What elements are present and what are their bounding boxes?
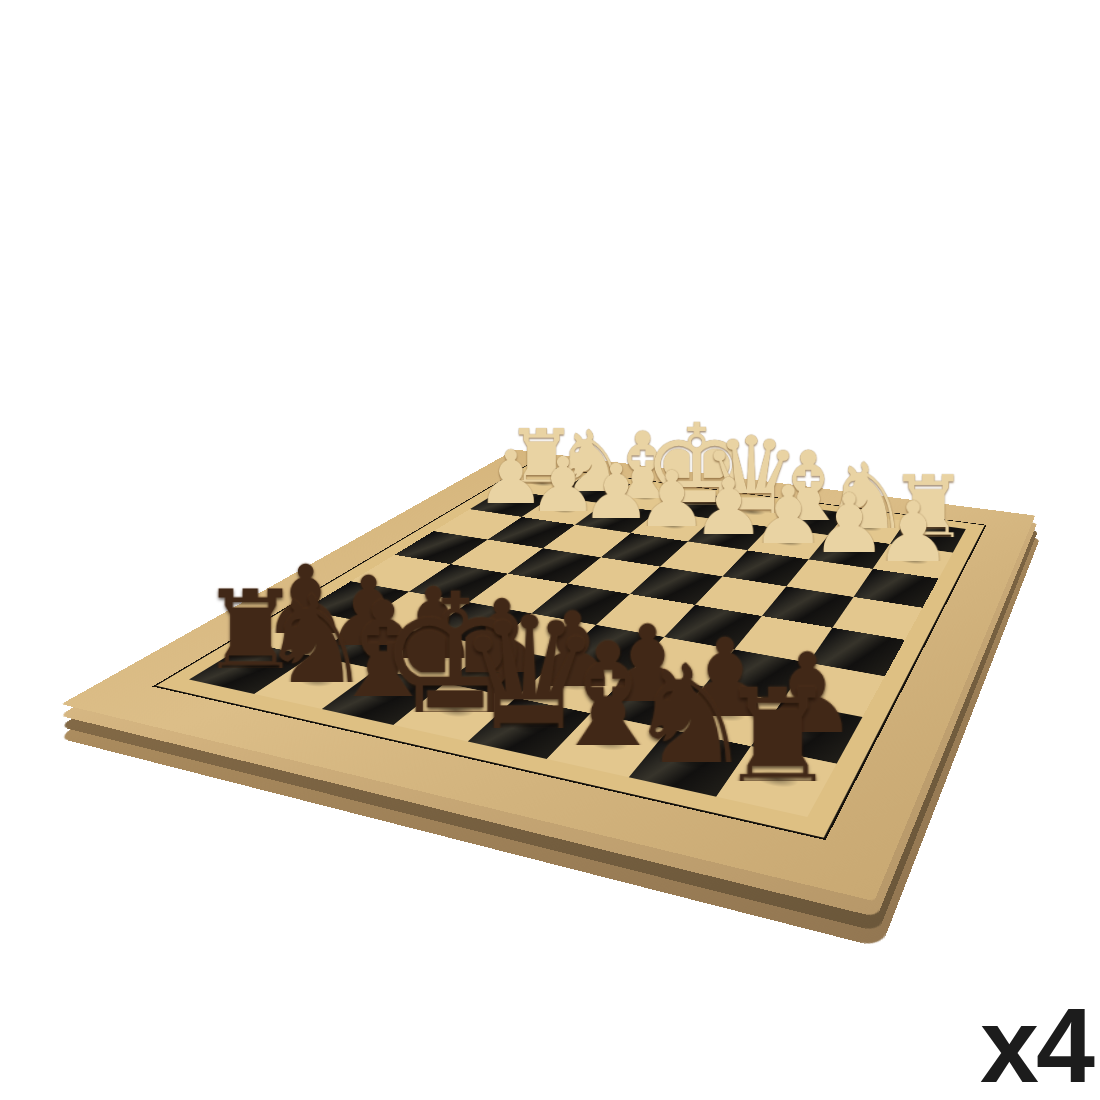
chess-board: ♜♞♝♚♛♝♞♜♟♟♟♟♟♟♟♟♟♟♟♟♟♟♟♟♜♞♝♚♛♝♞♜: [61, 449, 1035, 901]
square-a2: ♟: [872, 544, 953, 579]
board-scene: ♜♞♝♚♛♝♞♜♟♟♟♟♟♟♟♟♟♟♟♟♟♟♟♟♜♞♝♚♛♝♞♜: [0, 0, 1100, 1100]
square-b3: [786, 559, 872, 596]
product-photo: ♜♞♝♚♛♝♞♜♟♟♟♟♟♟♟♟♟♟♟♟♟♟♟♟♜♞♝♚♛♝♞♜ x4: [0, 0, 1100, 1100]
square-a8: ♜: [716, 746, 837, 817]
quantity-label: x4: [980, 992, 1092, 1098]
